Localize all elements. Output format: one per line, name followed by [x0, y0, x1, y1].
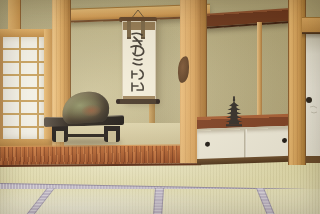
table-leg-cutout: [108, 131, 116, 142]
tatami-border-vertical: [153, 188, 164, 214]
table-stretcher: [64, 134, 108, 137]
shoji-screen: [0, 37, 47, 139]
wall-post: [8, 0, 21, 31]
shelf-support-post: [257, 22, 262, 122]
pagoda-ornament: [222, 96, 246, 127]
roller-knob: [116, 99, 120, 104]
roller-knob: [156, 99, 160, 104]
scroll-bottom-roller: [117, 99, 159, 104]
rail-shadow: [302, 33, 320, 39]
fusuma-faint-marks: [308, 104, 320, 116]
kamoi-head-rail: [302, 17, 320, 34]
fusuma-pull-handle: [306, 97, 312, 103]
cabinet-door-pull: [205, 142, 210, 147]
stone-rust-patch: [81, 104, 102, 117]
table-leg-cutout: [56, 131, 64, 142]
photo-japanese-tatami-room: [0, 0, 320, 214]
cabinet-door-pull: [282, 138, 287, 143]
calligraphy-strokes: [128, 31, 148, 94]
cabinet-door-seam: [244, 129, 247, 159]
tokonoma-front-frame-board: [0, 144, 201, 167]
